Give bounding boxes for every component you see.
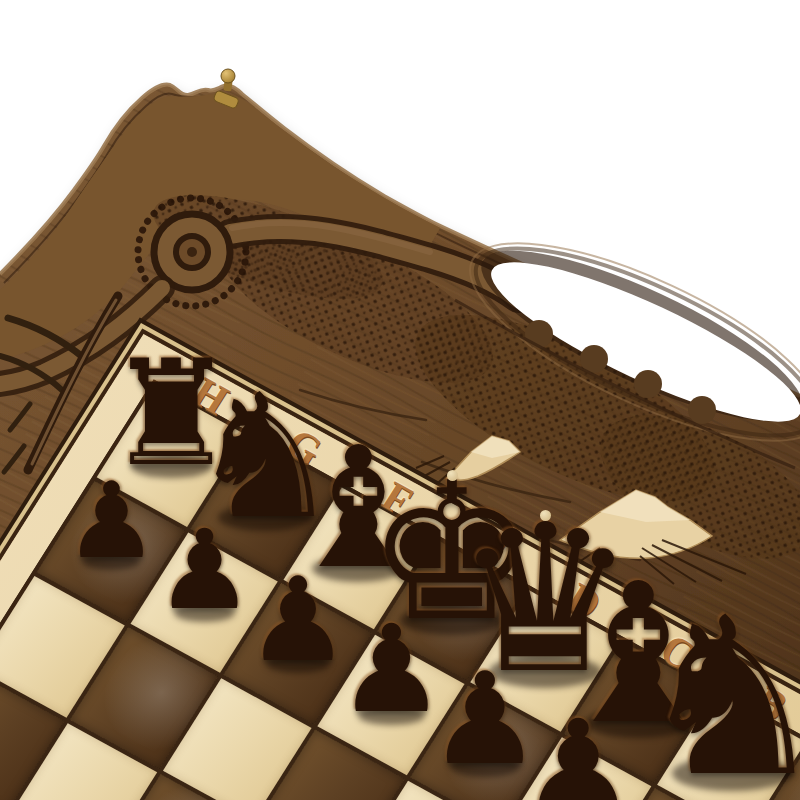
carved-chess-board-photo: HGFEDCBA ♜♞♟♝♟♚♟♛♟♝♟♞♟: [0, 0, 800, 800]
